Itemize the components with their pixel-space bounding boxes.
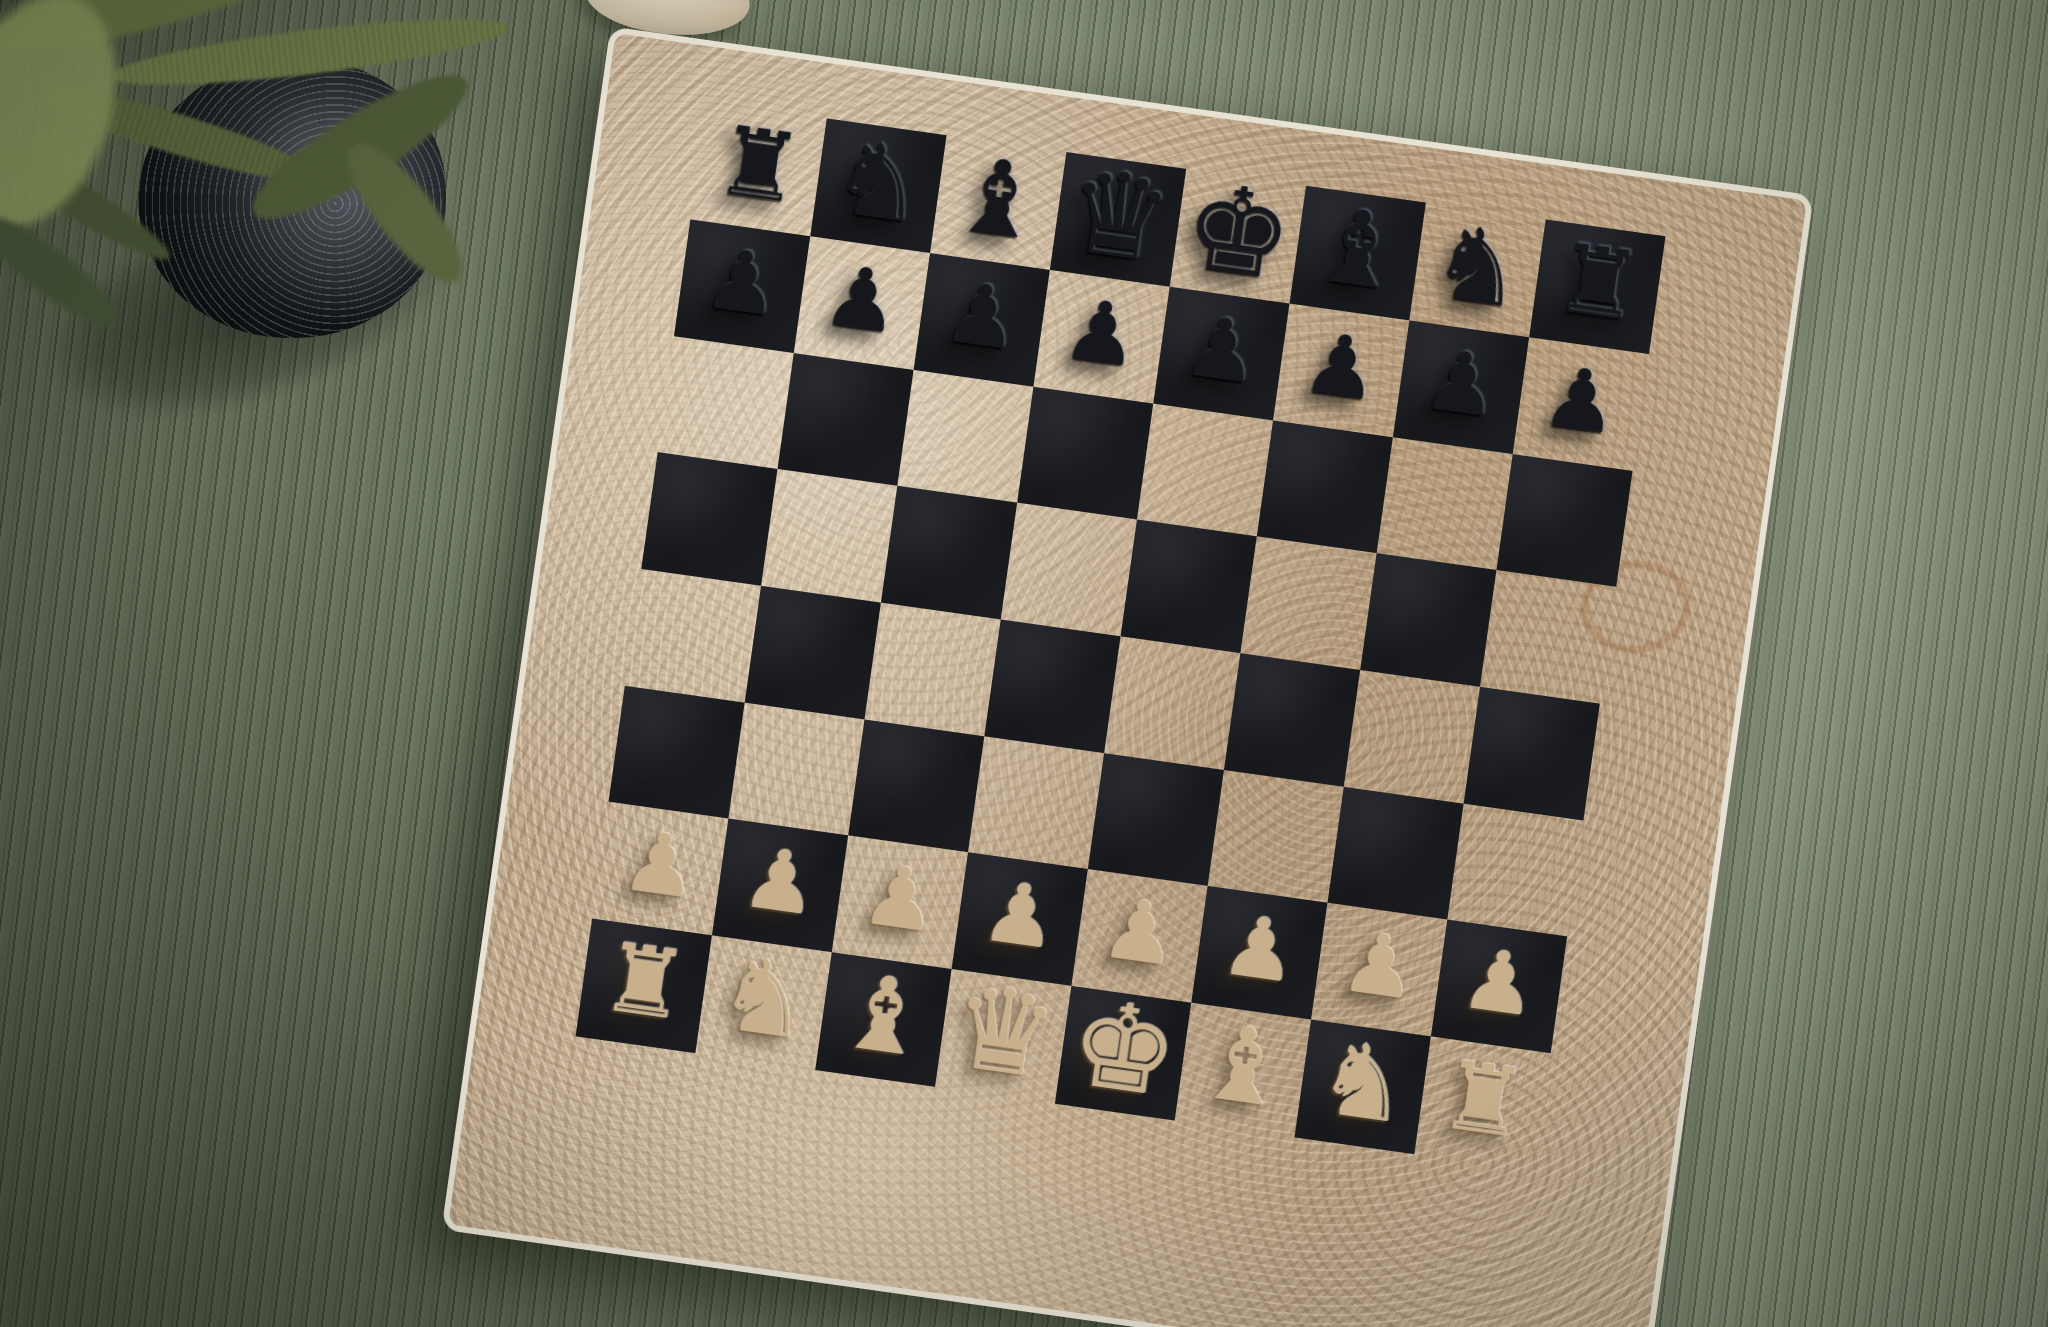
square-a8[interactable]: ♜ [690, 102, 826, 237]
piece-white-knight-b1[interactable]: ♞ [712, 942, 817, 1056]
square-c3[interactable] [848, 719, 984, 852]
piece-black-knight-b8[interactable]: ♞ [827, 125, 932, 239]
piece-white-pawn-f2[interactable]: ♟ [1217, 902, 1303, 996]
square-d3[interactable] [968, 736, 1104, 869]
piece-black-pawn-c7[interactable]: ♟ [939, 269, 1025, 363]
piece-black-pawn-g7[interactable]: ♟ [1418, 336, 1504, 430]
piece-white-pawn-g2[interactable]: ♟ [1337, 919, 1423, 1013]
square-h8[interactable]: ♜ [1529, 219, 1665, 354]
piece-white-king-e1[interactable]: ♚ [1062, 983, 1184, 1116]
piece-white-pawn-a2[interactable]: ♟ [618, 818, 704, 912]
square-b8[interactable]: ♞ [810, 118, 946, 253]
square-b7[interactable]: ♟ [794, 236, 930, 369]
square-e3[interactable] [1088, 753, 1224, 886]
piece-black-knight-g8[interactable]: ♞ [1426, 209, 1531, 323]
square-g2[interactable]: ♟ [1311, 903, 1447, 1036]
square-e7[interactable]: ♟ [1153, 287, 1289, 420]
piece-black-rook-a8[interactable]: ♜ [710, 112, 808, 218]
square-c1[interactable]: ♝ [815, 952, 951, 1087]
square-g4[interactable] [1344, 670, 1480, 803]
square-h3[interactable] [1447, 803, 1583, 936]
square-h6[interactable] [1496, 454, 1632, 587]
square-e4[interactable] [1104, 636, 1240, 769]
square-b6[interactable] [777, 353, 913, 486]
square-e5[interactable] [1121, 520, 1257, 653]
square-e1[interactable]: ♚ [1055, 986, 1191, 1121]
square-c4[interactable] [865, 603, 1001, 736]
piece-white-pawn-d2[interactable]: ♟ [977, 868, 1063, 962]
piece-black-bishop-f8[interactable]: ♝ [1305, 192, 1411, 307]
square-g7[interactable]: ♟ [1393, 320, 1529, 453]
square-f1[interactable]: ♝ [1175, 1003, 1311, 1138]
square-e6[interactable] [1137, 403, 1273, 536]
piece-black-pawn-e7[interactable]: ♟ [1179, 303, 1265, 397]
square-c8[interactable]: ♝ [930, 135, 1066, 270]
square-c6[interactable] [897, 370, 1033, 503]
piece-black-bishop-c8[interactable]: ♝ [946, 141, 1052, 256]
piece-white-rook-h1[interactable]: ♜ [1434, 1047, 1532, 1153]
square-f7[interactable]: ♟ [1273, 304, 1409, 437]
square-a7[interactable]: ♟ [674, 219, 810, 352]
square-b3[interactable] [728, 702, 864, 835]
piece-white-pawn-b2[interactable]: ♟ [737, 835, 823, 929]
square-a2[interactable]: ♟ [592, 802, 728, 935]
piece-black-pawn-a7[interactable]: ♟ [700, 235, 786, 329]
square-a5[interactable] [641, 452, 777, 585]
square-d5[interactable] [1001, 503, 1137, 636]
square-d4[interactable] [984, 619, 1120, 752]
piece-white-bishop-f1[interactable]: ♝ [1191, 1009, 1297, 1124]
square-h2[interactable]: ♟ [1431, 920, 1567, 1053]
piece-white-pawn-h2[interactable]: ♟ [1456, 936, 1542, 1030]
piece-white-bishop-c1[interactable]: ♝ [831, 958, 937, 1073]
square-g1[interactable]: ♞ [1294, 1020, 1430, 1155]
piece-white-queen-d1[interactable]: ♛ [944, 968, 1063, 1097]
square-a4[interactable] [625, 569, 761, 702]
piece-black-queen-d8[interactable]: ♛ [1059, 151, 1178, 280]
piece-white-pawn-e2[interactable]: ♟ [1097, 885, 1183, 979]
square-f8[interactable]: ♝ [1289, 186, 1425, 321]
square-h4[interactable] [1464, 687, 1600, 820]
piece-white-rook-a1[interactable]: ♜ [596, 929, 694, 1035]
piece-black-rook-h8[interactable]: ♜ [1549, 230, 1647, 336]
square-d8[interactable]: ♛ [1050, 152, 1186, 287]
piece-black-pawn-h7[interactable]: ♟ [1538, 353, 1624, 447]
piece-white-knight-g1[interactable]: ♞ [1311, 1026, 1416, 1140]
piece-black-king-e8[interactable]: ♚ [1177, 166, 1299, 299]
square-a3[interactable] [608, 685, 744, 818]
square-b2[interactable]: ♟ [712, 819, 848, 952]
square-e8[interactable]: ♚ [1170, 169, 1306, 304]
square-c5[interactable] [881, 486, 1017, 619]
square-g5[interactable] [1360, 553, 1496, 686]
square-g3[interactable] [1327, 786, 1463, 919]
square-h1[interactable]: ♜ [1414, 1036, 1550, 1171]
chess-board: ♜♞♝♛♚♝♞♜♟♟♟♟♟♟♟♟♟♟♟♟♟♟♟♟♜♞♝♛♚♝♞♜ [441, 26, 1813, 1327]
square-b4[interactable] [745, 586, 881, 719]
square-d7[interactable]: ♟ [1033, 270, 1169, 403]
square-f3[interactable] [1208, 770, 1344, 903]
square-a6[interactable] [658, 336, 794, 469]
square-g6[interactable] [1377, 437, 1513, 570]
marble-slab: ♜♞♝♛♚♝♞♜♟♟♟♟♟♟♟♟♟♟♟♟♟♟♟♟♜♞♝♛♚♝♞♜ [441, 26, 1813, 1327]
square-g8[interactable]: ♞ [1409, 203, 1545, 338]
square-d6[interactable] [1017, 386, 1153, 519]
square-a1[interactable]: ♜ [576, 918, 712, 1053]
piece-black-pawn-b7[interactable]: ♟ [819, 252, 905, 346]
piece-white-pawn-c2[interactable]: ♟ [857, 852, 943, 946]
square-c7[interactable]: ♟ [914, 253, 1050, 386]
square-f6[interactable] [1257, 420, 1393, 553]
square-b5[interactable] [761, 469, 897, 602]
square-h5[interactable] [1480, 570, 1616, 703]
square-h7[interactable]: ♟ [1513, 337, 1649, 470]
square-f4[interactable] [1224, 653, 1360, 786]
square-d1[interactable]: ♛ [935, 969, 1071, 1104]
piece-black-pawn-f7[interactable]: ♟ [1299, 319, 1385, 413]
square-b1[interactable]: ♞ [695, 935, 831, 1070]
piece-black-pawn-d7[interactable]: ♟ [1059, 286, 1145, 380]
board-grid: ♜♞♝♛♚♝♞♜♟♟♟♟♟♟♟♟♟♟♟♟♟♟♟♟♜♞♝♛♚♝♞♜ [576, 102, 1666, 1172]
square-f5[interactable] [1240, 537, 1376, 670]
